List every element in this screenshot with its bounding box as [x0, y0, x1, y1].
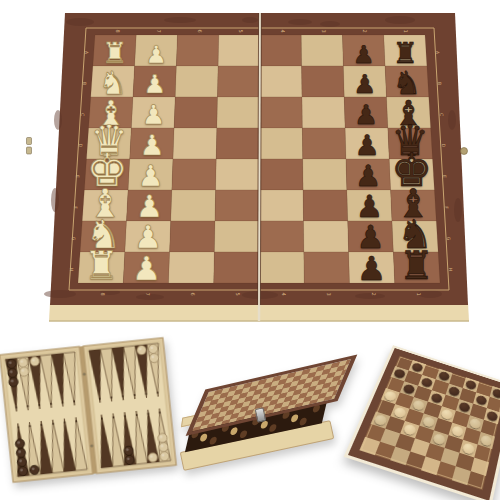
hinge-clasp-icon [27, 138, 32, 145]
backgammon-board [0, 334, 179, 487]
board-square [388, 128, 433, 159]
coordinate-label: 1 [403, 29, 409, 32]
coordinate-label: D [78, 144, 83, 148]
board-square [303, 190, 348, 221]
coordinate-label: 2 [371, 292, 377, 295]
coordinate-label: G [446, 237, 451, 241]
wood-grain-decor [454, 198, 462, 222]
board-square [344, 97, 388, 128]
thumbnail-open-chess-box [178, 352, 336, 476]
wood-grain-decor [355, 293, 385, 299]
board-square [78, 252, 125, 283]
coordinate-label: 8 [100, 292, 106, 295]
coordinate-label: 2 [362, 29, 368, 32]
board-square [260, 128, 303, 159]
coordinate-label: F [73, 206, 78, 209]
board-square [123, 252, 169, 283]
board-square [125, 221, 171, 252]
stored-chess-piece [269, 423, 278, 432]
board-square [170, 221, 215, 252]
board-square [392, 221, 438, 252]
board-square [385, 66, 429, 97]
wood-grain-decor [44, 290, 76, 298]
coordinate-label: D [441, 144, 446, 148]
board-square [348, 221, 394, 252]
board-square [214, 252, 259, 283]
coordinate-label: C [80, 113, 85, 116]
board-square [387, 97, 431, 128]
board-square [130, 128, 174, 159]
board-square [302, 128, 346, 159]
wood-grain-decor [448, 110, 456, 130]
board-square [218, 35, 260, 66]
board-square [174, 97, 217, 128]
checkers-board-perspective [348, 348, 500, 500]
board-square [260, 66, 302, 97]
board-square [216, 159, 260, 190]
checkers-board-tilt [352, 332, 500, 500]
coordinate-label: B [82, 82, 87, 85]
board-square [301, 35, 343, 66]
coordinate-label: C [439, 113, 444, 116]
coordinate-label: 3 [321, 29, 327, 32]
checker-light [432, 433, 446, 446]
board-square [343, 66, 386, 97]
board-square [169, 252, 215, 283]
wood-grain-decor [320, 21, 340, 27]
coordinate-label: 6 [190, 292, 196, 295]
board-square [260, 97, 303, 128]
board-square [302, 97, 345, 128]
board-square [133, 66, 176, 97]
board-square [93, 35, 136, 66]
board-square [82, 190, 128, 221]
board-square [89, 97, 133, 128]
board-square [303, 159, 347, 190]
coordinate-label: H [69, 268, 74, 271]
wood-grain-decor [288, 19, 312, 25]
stored-chess-piece [290, 414, 299, 423]
hinge-clasp-icon [27, 147, 32, 154]
coordinate-label: H [448, 268, 453, 271]
board-square [345, 128, 389, 159]
board-square [393, 252, 440, 283]
coordinate-label: 3 [326, 292, 332, 295]
wood-grain-decor [51, 188, 59, 212]
thumbnail-checkers-board [358, 336, 500, 500]
coordinate-label: 7 [145, 292, 151, 295]
board-square [176, 35, 218, 66]
board-square [302, 66, 345, 97]
latch-knob-icon [461, 148, 468, 155]
wood-grain-decor [385, 16, 415, 24]
board-square [349, 252, 395, 283]
stored-chess-piece [299, 417, 308, 426]
board-square [127, 190, 172, 221]
board-square [389, 159, 434, 190]
board-square [131, 97, 175, 128]
checker-light [462, 442, 475, 455]
coordinate-label: E [442, 175, 447, 178]
board-square [343, 35, 386, 66]
board-square [391, 190, 437, 221]
board-square [172, 159, 216, 190]
board-square [346, 159, 391, 190]
board-square [128, 159, 173, 190]
coordinate-label: 5 [238, 29, 244, 32]
board-square [215, 190, 259, 221]
stored-chess-piece [239, 430, 248, 439]
coordinate-label: 7 [156, 29, 162, 32]
board-square [260, 35, 302, 66]
board-square [171, 190, 216, 221]
wood-grain-decor [164, 17, 196, 23]
chess-board: 8877665544332211AABBCCDDEEFFGGHH [0, 0, 500, 335]
board-square [259, 190, 303, 221]
board-square [80, 221, 126, 252]
thumbnail-backgammon-board [0, 334, 179, 487]
board-square [304, 252, 350, 283]
board-square [217, 97, 260, 128]
board-square [173, 128, 217, 159]
coordinate-label: 8 [115, 29, 121, 32]
product-photo-page: 8877665544332211AABBCCDDEEFFGGHH ♜♞♝♛♚♝♞… [0, 0, 500, 500]
board-square [175, 66, 218, 97]
wood-grain-decor [54, 110, 62, 130]
stored-chess-piece [230, 427, 239, 436]
coordinate-label: E [75, 175, 80, 178]
board-square [384, 35, 427, 66]
coordinate-label: 5 [235, 292, 241, 295]
board-square [135, 35, 178, 66]
checker-light [373, 414, 388, 427]
board-square [218, 66, 260, 97]
stored-chess-piece [208, 436, 217, 445]
board-square [87, 128, 132, 159]
wood-grain-decor [66, 18, 94, 26]
coordinate-label: 4 [280, 29, 286, 32]
coordinate-label: 4 [281, 292, 287, 295]
board-square [259, 221, 304, 252]
coordinate-label: G [71, 237, 76, 241]
board-square [347, 190, 392, 221]
coordinate-label: 6 [197, 29, 203, 32]
board-square [259, 159, 303, 190]
checkers-board-grid [348, 348, 500, 500]
coordinate-label: F [444, 206, 449, 209]
fold-seam [259, 13, 260, 321]
coordinate-label: B [437, 82, 442, 85]
coordinate-label: 1 [416, 292, 422, 295]
wood-grain-decor [242, 17, 258, 23]
main-chess-board-photo: 8877665544332211AABBCCDDEEFFGGHH ♜♞♝♛♚♝♞… [0, 0, 500, 335]
board-square [84, 159, 129, 190]
board-square [216, 128, 259, 159]
board-square [214, 221, 259, 252]
board-square [304, 221, 349, 252]
board-square [91, 66, 135, 97]
board-square [259, 252, 304, 283]
stored-chess-piece [200, 433, 209, 442]
